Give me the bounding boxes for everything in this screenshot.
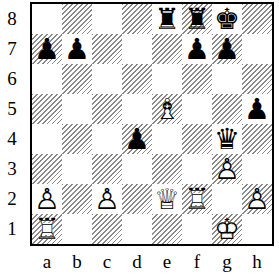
square-f6[interactable]	[182, 64, 212, 94]
black-pawn: ♟	[32, 34, 62, 64]
square-h6[interactable]	[242, 64, 272, 94]
white-pawn: ♙	[92, 184, 122, 214]
square-d7[interactable]	[122, 34, 152, 64]
square-g6[interactable]	[212, 64, 242, 94]
square-f1[interactable]	[182, 214, 212, 244]
square-d3[interactable]	[122, 154, 152, 184]
white-rook: ♖	[182, 184, 212, 214]
white-pawn: ♙	[242, 184, 272, 214]
white-rook-fill: ♜	[182, 184, 212, 214]
square-a6[interactable]	[32, 64, 62, 94]
square-f3[interactable]	[182, 154, 212, 184]
square-g1[interactable]: ♚♔	[212, 214, 242, 244]
rank-label-5: 5	[0, 94, 24, 124]
square-c7[interactable]	[92, 34, 122, 64]
rank-label-1: 1	[0, 214, 24, 244]
square-d6[interactable]	[122, 64, 152, 94]
file-label-d: d	[122, 249, 152, 275]
square-h7[interactable]	[242, 34, 272, 64]
white-pawn-fill: ♟	[212, 154, 242, 184]
square-b7[interactable]: ♟	[62, 34, 92, 64]
white-pawn-fill: ♟	[242, 184, 272, 214]
square-c1[interactable]	[92, 214, 122, 244]
rank-label-3: 3	[0, 154, 24, 184]
chess-diagram: ♜♜♚♟♟♟♟♝♗♟♟♛♟♙♟♙♟♙♛♕♜♖♟♙♜♖♚♔ 87654321 ab…	[0, 0, 279, 280]
square-a1[interactable]: ♜♖	[32, 214, 62, 244]
square-f7[interactable]: ♟	[182, 34, 212, 64]
black-king: ♚	[212, 4, 242, 34]
square-e3[interactable]	[152, 154, 182, 184]
white-pawn: ♙	[212, 154, 242, 184]
square-d1[interactable]	[122, 214, 152, 244]
square-e7[interactable]	[152, 34, 182, 64]
square-h2[interactable]: ♟♙	[242, 184, 272, 214]
square-e6[interactable]	[152, 64, 182, 94]
black-pawn: ♟	[62, 34, 92, 64]
square-d2[interactable]	[122, 184, 152, 214]
square-h5[interactable]: ♟	[242, 94, 272, 124]
file-label-h: h	[242, 249, 272, 275]
square-c8[interactable]	[92, 4, 122, 34]
square-a3[interactable]	[32, 154, 62, 184]
white-queen: ♕	[152, 184, 182, 214]
white-rook: ♖	[32, 214, 62, 244]
square-b3[interactable]	[62, 154, 92, 184]
square-d4[interactable]: ♟	[122, 124, 152, 154]
square-c2[interactable]: ♟♙	[92, 184, 122, 214]
rank-label-7: 7	[0, 34, 24, 64]
file-label-c: c	[92, 249, 122, 275]
square-a8[interactable]	[32, 4, 62, 34]
black-rook: ♜	[152, 4, 182, 34]
square-b4[interactable]	[62, 124, 92, 154]
square-e8[interactable]: ♜	[152, 4, 182, 34]
white-king-fill: ♚	[212, 214, 242, 244]
square-b5[interactable]	[62, 94, 92, 124]
square-e1[interactable]	[152, 214, 182, 244]
rank-label-8: 8	[0, 4, 24, 34]
black-pawn: ♟	[212, 34, 242, 64]
square-e4[interactable]	[152, 124, 182, 154]
square-h1[interactable]	[242, 214, 272, 244]
square-g5[interactable]	[212, 94, 242, 124]
file-label-a: a	[32, 249, 62, 275]
square-c4[interactable]	[92, 124, 122, 154]
square-f5[interactable]	[182, 94, 212, 124]
white-pawn: ♙	[32, 184, 62, 214]
white-bishop: ♗	[152, 94, 182, 124]
rank-label-6: 6	[0, 64, 24, 94]
square-b1[interactable]	[62, 214, 92, 244]
file-label-g: g	[212, 249, 242, 275]
black-pawn: ♟	[122, 124, 152, 154]
square-h3[interactable]	[242, 154, 272, 184]
file-label-e: e	[152, 249, 182, 275]
chess-board: ♜♜♚♟♟♟♟♝♗♟♟♛♟♙♟♙♟♙♛♕♜♖♟♙♜♖♚♔	[30, 2, 274, 246]
white-bishop-fill: ♝	[152, 94, 182, 124]
rank-label-2: 2	[0, 184, 24, 214]
square-f4[interactable]	[182, 124, 212, 154]
white-pawn-fill: ♟	[92, 184, 122, 214]
rank-label-4: 4	[0, 124, 24, 154]
square-c3[interactable]	[92, 154, 122, 184]
square-d5[interactable]	[122, 94, 152, 124]
black-pawn: ♟	[242, 94, 272, 124]
square-c5[interactable]	[92, 94, 122, 124]
square-a2[interactable]: ♟♙	[32, 184, 62, 214]
square-d8[interactable]	[122, 4, 152, 34]
square-b6[interactable]	[62, 64, 92, 94]
square-a5[interactable]	[32, 94, 62, 124]
square-e5[interactable]: ♝♗	[152, 94, 182, 124]
square-a4[interactable]	[32, 124, 62, 154]
square-c6[interactable]	[92, 64, 122, 94]
square-f2[interactable]: ♜♖	[182, 184, 212, 214]
square-f8[interactable]: ♜	[182, 4, 212, 34]
square-b8[interactable]	[62, 4, 92, 34]
square-g4[interactable]: ♛	[212, 124, 242, 154]
square-g2[interactable]	[212, 184, 242, 214]
white-pawn-fill: ♟	[32, 184, 62, 214]
square-b2[interactable]	[62, 184, 92, 214]
white-king: ♔	[212, 214, 242, 244]
black-queen: ♛	[212, 124, 242, 154]
square-g3[interactable]: ♟♙	[212, 154, 242, 184]
square-g7[interactable]: ♟	[212, 34, 242, 64]
square-h4[interactable]	[242, 124, 272, 154]
white-rook-fill: ♜	[32, 214, 62, 244]
black-pawn: ♟	[182, 34, 212, 64]
square-h8[interactable]	[242, 4, 272, 34]
black-rook: ♜	[182, 4, 212, 34]
file-label-b: b	[62, 249, 92, 275]
square-e2[interactable]: ♛♕	[152, 184, 182, 214]
file-label-f: f	[182, 249, 212, 275]
square-g8[interactable]: ♚	[212, 4, 242, 34]
white-queen-fill: ♛	[152, 184, 182, 214]
square-a7[interactable]: ♟	[32, 34, 62, 64]
